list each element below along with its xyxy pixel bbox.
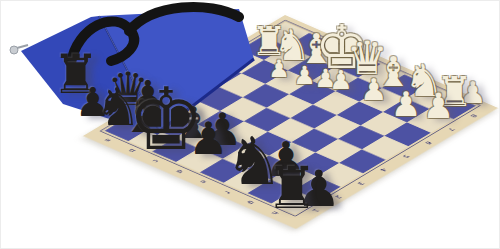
product-photo: abcdefgh 87654321 ♜♞♝♚♛♟♟♟♝♟♜♞♟♟♛♜♟♟♟♟♞♝… <box>0 0 500 249</box>
piece-black-knight: ♞ <box>92 81 144 133</box>
piece-black-pawn: ♟ <box>186 116 231 161</box>
piece-black-king: ♚ <box>123 76 209 162</box>
piece-black-knight: ♞ <box>221 129 287 195</box>
piece-white-pawn: ♟ <box>389 87 423 121</box>
piece-black-bishop: ♝ <box>120 94 165 139</box>
piece-black-rook: ♜ <box>263 159 321 217</box>
piece-white-bishop: ♝ <box>373 52 414 93</box>
piece-white-pawn: ♟ <box>292 63 317 88</box>
piece-white-pawn: ♟ <box>458 78 488 108</box>
piece-white-knight: ♞ <box>271 25 313 67</box>
piece-black-pawn: ♟ <box>128 75 168 115</box>
piece-black-rook: ♜ <box>49 48 103 102</box>
piece-white-king: ♚ <box>312 17 372 77</box>
piece-black-pawn: ♟ <box>200 107 245 152</box>
piece-black-pawn: ♟ <box>294 164 344 214</box>
piece-white-pawn: ♟ <box>267 57 291 81</box>
piece-white-pawn: ♟ <box>359 75 389 105</box>
piece-black-bishop: ♝ <box>171 101 215 145</box>
piece-black-pawn: ♟ <box>262 135 310 183</box>
pieces-layer: ♜♞♝♚♛♟♟♟♝♟♜♞♟♟♛♜♟♟♟♟♞♝♝♟♚♟♟♞♟♜ <box>1 1 500 249</box>
piece-black-queen: ♛ <box>105 66 151 112</box>
piece-white-pawn: ♟ <box>328 67 354 93</box>
piece-white-rook: ♜ <box>249 21 289 61</box>
piece-white-pawn: ♟ <box>421 89 456 124</box>
piece-white-bishop: ♝ <box>296 29 337 70</box>
piece-white-rook: ♜ <box>434 72 475 113</box>
piece-white-queen: ♛ <box>344 35 390 81</box>
piece-black-pawn: ♟ <box>73 82 113 122</box>
piece-white-knight: ♞ <box>402 59 446 103</box>
piece-white-pawn: ♟ <box>313 66 338 91</box>
